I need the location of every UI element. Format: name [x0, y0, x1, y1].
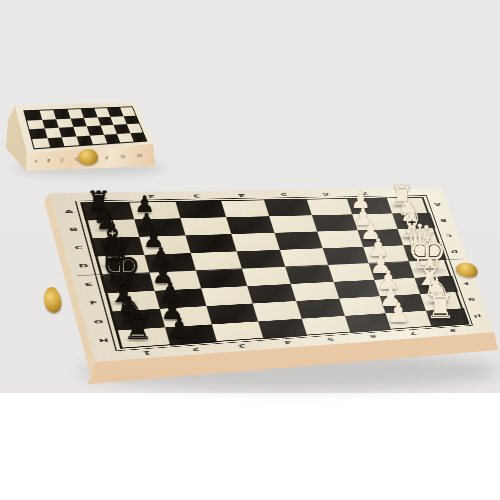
square-A4[interactable]: [220, 199, 269, 217]
square-D4[interactable]: [236, 250, 285, 269]
piece-white-rook-H8[interactable]: ♜: [424, 290, 457, 323]
piece-white-pawn-H7[interactable]: ♟: [385, 300, 412, 327]
piece-black-pawn-H2[interactable]: ♟: [166, 315, 193, 342]
coord-top-6: 6: [303, 189, 347, 199]
box-brass-clasp-icon: [78, 149, 98, 165]
border-corner: [421, 188, 445, 197]
box-checkerboard: [23, 106, 147, 149]
square-E5[interactable]: [285, 265, 333, 284]
square-B4[interactable]: [226, 216, 275, 234]
coord-top-4: 4: [217, 190, 263, 200]
box-front-label: A: [34, 159, 37, 164]
box-front-label: B: [47, 158, 50, 163]
square-D6[interactable]: [322, 247, 368, 265]
coord-bottom-6: 6: [350, 330, 394, 343]
border-corner: [92, 349, 123, 362]
box-square: [130, 132, 146, 142]
border-corner: [470, 323, 494, 334]
coord-right-G: G: [458, 291, 485, 308]
square-E4[interactable]: [241, 267, 290, 286]
square-D3[interactable]: [191, 251, 242, 270]
square-C5[interactable]: [274, 232, 322, 250]
coord-bottom-8: 8: [431, 324, 473, 336]
square-E6[interactable]: [328, 263, 375, 282]
box-front-label: H: [138, 153, 143, 159]
left-brass-clasp-icon: [41, 286, 63, 315]
coord-right-H: H: [464, 307, 491, 325]
square-A3[interactable]: [175, 200, 225, 218]
square-C4[interactable]: [231, 233, 280, 251]
square-D5[interactable]: [280, 248, 328, 267]
square-C6[interactable]: [317, 230, 363, 248]
box-front-label: F: [105, 155, 108, 160]
coord-top-3: 3: [172, 191, 220, 201]
coord-bottom-5: 5: [307, 333, 353, 346]
coord-right-F: F: [452, 275, 479, 292]
coord-bottom-4: 4: [263, 336, 310, 349]
coord-bottom-3: 3: [217, 339, 266, 352]
square-C3[interactable]: [186, 234, 237, 253]
square-B5[interactable]: [269, 215, 317, 233]
coord-top-5: 5: [261, 190, 306, 200]
box-front-label: C: [61, 157, 64, 162]
box-front-label: G: [120, 154, 125, 159]
square-E3[interactable]: [196, 269, 247, 289]
square-B3[interactable]: [180, 217, 230, 235]
product-photo-stage: 12345678AABBCCDDEEFFGGHH12345678 ABCDEFG…: [0, 0, 500, 500]
coord-bottom-7: 7: [391, 327, 434, 339]
square-A5[interactable]: [264, 199, 311, 216]
white-backdrop: [0, 393, 500, 500]
piece-black-rook-H1[interactable]: ♜: [121, 311, 154, 344]
border-corner: [50, 193, 80, 203]
square-A6[interactable]: [306, 198, 352, 215]
